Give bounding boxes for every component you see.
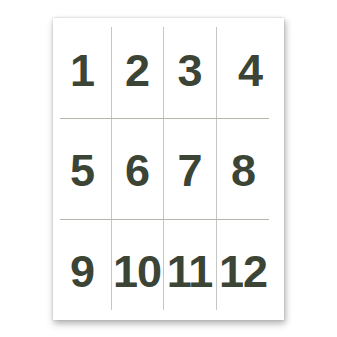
number-cell-3: 3 xyxy=(163,18,216,118)
number-cell-8: 8 xyxy=(209,118,277,219)
number-card-sheet: 1 2 3 4 5 6 7 8 9 10 11 12 xyxy=(53,18,284,320)
number-cell-9: 9 xyxy=(53,219,111,320)
number-cell-12: 12 xyxy=(209,219,277,320)
number-cell-4: 4 xyxy=(216,18,284,118)
number-cell-10: 10 xyxy=(111,219,163,320)
photo-canvas: 1 2 3 4 5 6 7 8 9 10 11 12 xyxy=(0,0,337,337)
number-grid: 1 2 3 4 5 6 7 8 9 10 11 12 xyxy=(53,18,284,320)
number-cell-1: 1 xyxy=(53,18,111,118)
number-cell-2: 2 xyxy=(111,18,163,118)
number-cell-5: 5 xyxy=(53,118,111,219)
number-cell-6: 6 xyxy=(111,118,163,219)
